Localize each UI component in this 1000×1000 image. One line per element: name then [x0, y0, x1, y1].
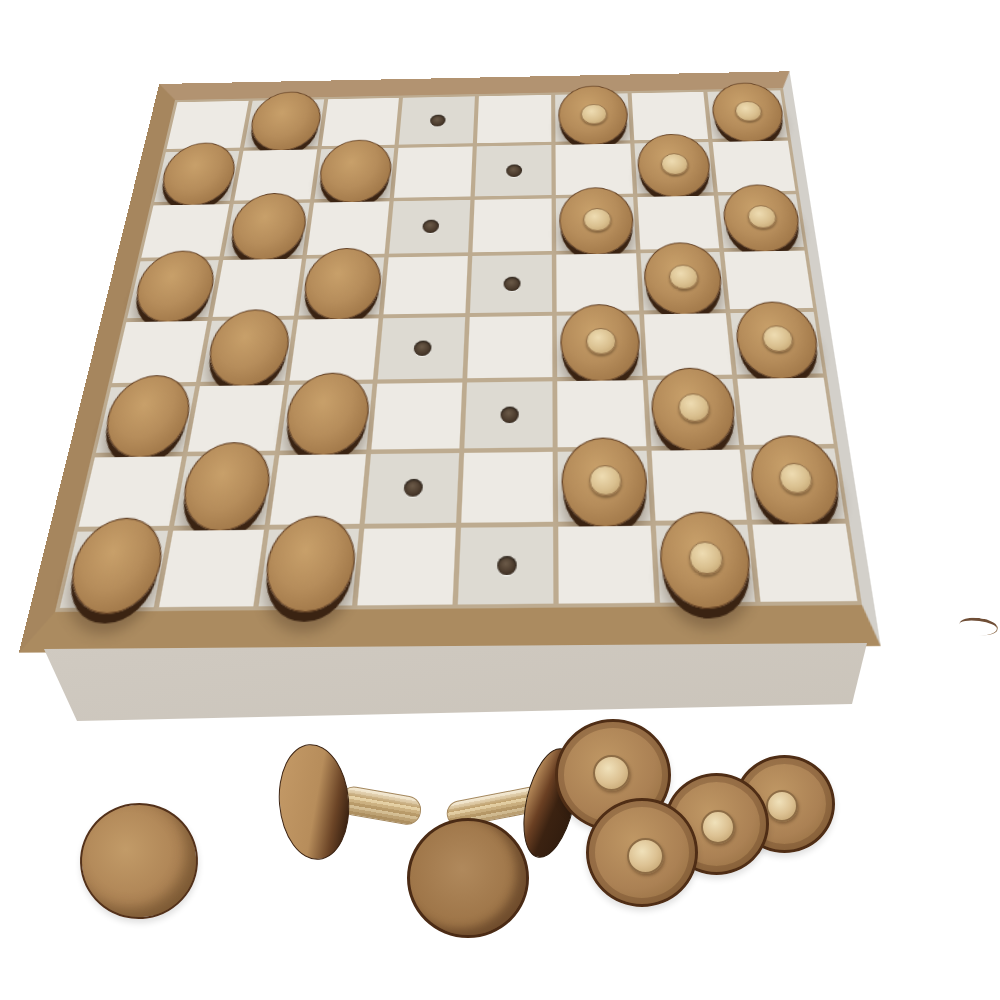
peg-icon [734, 101, 763, 122]
cell-r6c6 [557, 380, 646, 447]
cell-r2c4 [394, 146, 472, 197]
cell-r1c3 [321, 98, 399, 146]
cell-r2c3[interactable] [314, 148, 395, 199]
cell-r3c5 [472, 198, 551, 252]
peg-icon [583, 208, 612, 232]
peg-hole-r5c4 [414, 340, 432, 356]
checker-plain-r5c2[interactable] [203, 309, 294, 387]
checker-plain-r4c3[interactable] [301, 247, 385, 320]
cell-r7c7 [651, 449, 747, 521]
checker-plain-r7c2[interactable] [176, 442, 275, 532]
cell-r4c4 [384, 256, 468, 314]
peg-icon [585, 328, 616, 355]
cell-r2c1[interactable] [154, 151, 239, 202]
cell-r6c4 [372, 382, 463, 449]
cell-r8c3[interactable] [258, 529, 359, 606]
cell-r7c2[interactable] [174, 455, 274, 526]
cell-r8c4 [358, 528, 456, 605]
cell-r6c3[interactable] [279, 383, 372, 450]
cell-r5c5 [467, 316, 552, 378]
loose-side-piece-head[interactable] [274, 741, 354, 863]
checker-plain-r8c1[interactable] [62, 518, 169, 615]
checker-plain-r4c1[interactable] [129, 250, 219, 323]
cell-r4c1[interactable] [127, 260, 218, 318]
checker-pegged-r2c7[interactable] [636, 133, 713, 198]
checker-pegged-r3c8[interactable] [720, 184, 803, 253]
peg-hole-r7c4 [403, 479, 423, 497]
cell-r4c3[interactable] [298, 258, 385, 316]
cell-r8c7[interactable] [655, 525, 755, 603]
board-grid [55, 88, 862, 612]
peg-icon [778, 463, 815, 494]
cell-r6c7[interactable] [647, 379, 739, 446]
cell-r3c8[interactable] [718, 194, 804, 249]
cell-r3c4[interactable] [389, 199, 470, 253]
cell-r4c7[interactable] [640, 252, 726, 310]
cell-r6c8 [738, 377, 834, 444]
cell-r7c3 [269, 454, 366, 526]
cell-r4c6 [556, 254, 639, 312]
checker-plain-r1c2[interactable] [246, 91, 324, 151]
peg-hole-r1c4 [430, 114, 446, 126]
cell-r6c5[interactable] [464, 381, 552, 448]
peg-icon [627, 838, 664, 874]
peg-icon [678, 393, 712, 422]
checker-pegged-r8c7[interactable] [658, 511, 755, 609]
peg-icon [580, 104, 607, 125]
cell-r8c5[interactable] [458, 527, 553, 604]
checker-pegged-r5c8[interactable] [733, 301, 823, 380]
cell-r1c5 [477, 95, 551, 143]
checker-pegged-r1c6[interactable] [558, 85, 629, 146]
cell-r1c6[interactable] [555, 93, 630, 141]
checkers-board [19, 71, 881, 652]
cell-r4c5[interactable] [470, 255, 552, 313]
background-scratch-mark [958, 616, 999, 638]
cell-r3c7 [637, 195, 720, 250]
cell-r7c8[interactable] [745, 448, 845, 520]
checker-pegged-r7c8[interactable] [747, 435, 845, 526]
cell-r5c8[interactable] [731, 312, 823, 374]
peg-icon [661, 153, 690, 175]
cell-r1c4[interactable] [399, 96, 475, 144]
cell-r6c1[interactable] [96, 386, 195, 452]
checker-plain-r6c3[interactable] [282, 372, 373, 456]
cell-r3c2[interactable] [224, 202, 310, 256]
cell-r1c1 [167, 101, 249, 149]
cell-r3c6[interactable] [556, 197, 636, 252]
loose-side-piece-dowel[interactable] [337, 784, 423, 827]
loose-pegged-disc-2[interactable] [586, 798, 698, 907]
checker-pegged-r6c7[interactable] [650, 367, 739, 451]
checker-pegged-r4c7[interactable] [643, 242, 726, 315]
peg-icon [701, 810, 735, 844]
cell-r5c3 [289, 318, 379, 380]
cell-r8c1[interactable] [60, 531, 168, 608]
cell-r6c2 [188, 385, 284, 451]
cell-r5c6[interactable] [556, 314, 642, 376]
cell-r7c4[interactable] [365, 452, 459, 524]
cell-r7c1 [79, 456, 182, 527]
checker-plain-r8c3[interactable] [261, 515, 360, 613]
cell-r2c5[interactable] [475, 145, 552, 196]
cell-r8c8 [753, 524, 858, 602]
loose-disc-underside[interactable] [407, 818, 529, 938]
checker-pegged-r5c6[interactable] [560, 304, 642, 383]
cell-r8c2 [159, 530, 264, 607]
checker-plain-r3c2[interactable] [226, 193, 310, 261]
cell-r5c1 [112, 321, 207, 383]
checker-pegged-r7c6[interactable] [561, 438, 649, 529]
scene [0, 0, 1000, 1000]
peg-icon [761, 325, 795, 352]
peg-icon [588, 465, 622, 496]
cell-r1c7 [631, 92, 708, 140]
checker-plain-r2c1[interactable] [156, 142, 240, 206]
peg-icon [593, 755, 630, 791]
peg-icon [688, 541, 725, 575]
peg-icon [766, 790, 798, 822]
cell-r2c7[interactable] [634, 142, 714, 193]
checker-pegged-r1c8[interactable] [710, 82, 787, 143]
peg-hole-r6c5 [500, 406, 518, 423]
checker-plain-r2c3[interactable] [316, 139, 394, 203]
cell-r8c6 [558, 526, 654, 604]
peg-icon [669, 265, 700, 290]
cell-r5c4[interactable] [378, 317, 465, 379]
peg-hole-r4c5 [503, 277, 520, 292]
cell-r4c8 [724, 251, 813, 309]
peg-icon [747, 205, 778, 229]
cell-r5c2[interactable] [200, 320, 292, 382]
peg-hole-r3c4 [422, 220, 439, 234]
cell-r7c5 [461, 451, 553, 523]
cell-r1c2[interactable] [244, 99, 324, 147]
cell-r7c6[interactable] [557, 450, 649, 522]
checker-plain-r6c1[interactable] [98, 374, 196, 458]
cell-r5c7 [643, 313, 732, 375]
cell-r1c8[interactable] [708, 90, 788, 138]
checker-pegged-r3c6[interactable] [559, 187, 635, 256]
loose-plain-disc-flat[interactable] [73, 795, 206, 926]
cell-r4c2 [212, 259, 301, 317]
peg-hole-r8c5 [497, 556, 517, 575]
peg-hole-r2c5 [506, 164, 522, 177]
